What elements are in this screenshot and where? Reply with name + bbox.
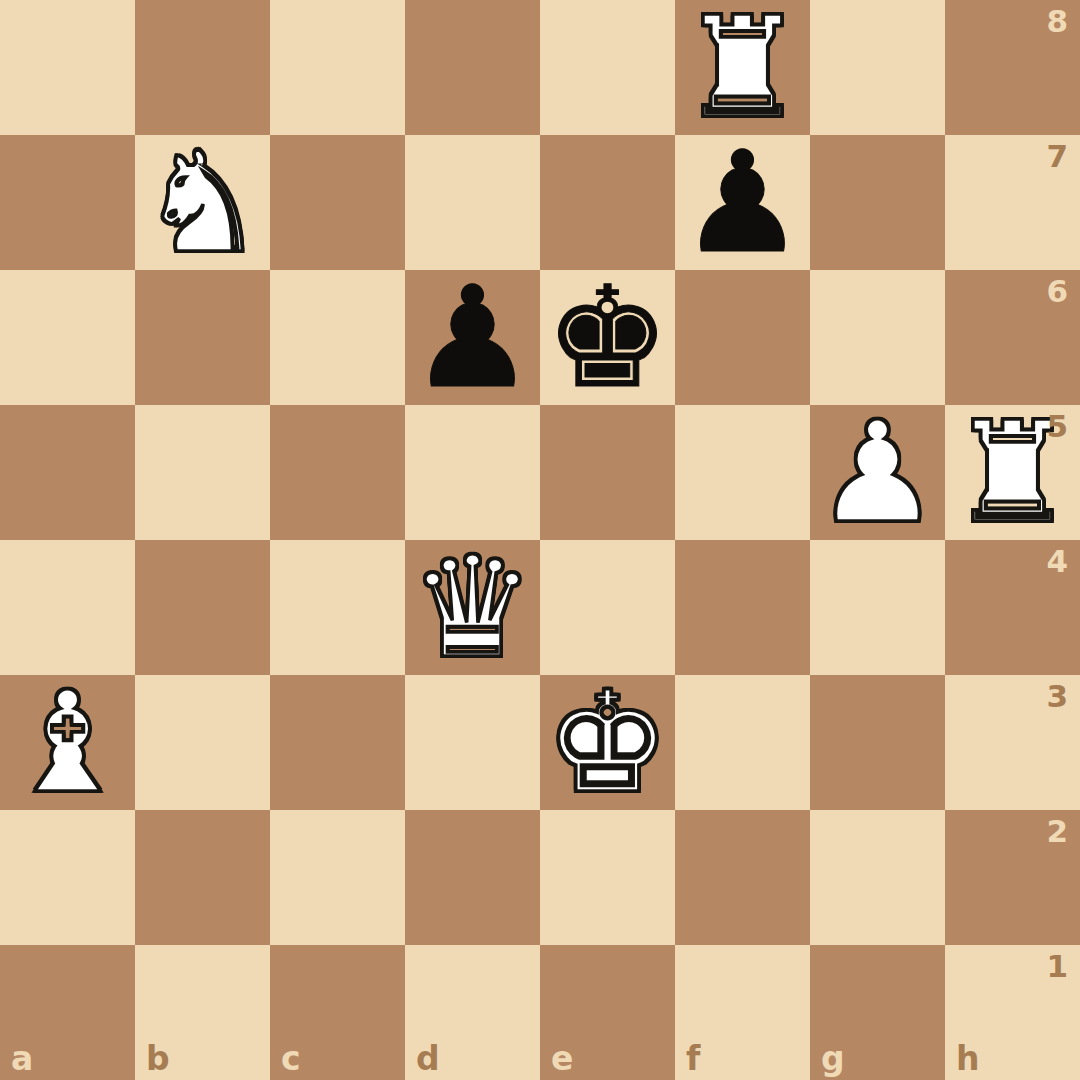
square-d8[interactable] — [405, 0, 540, 135]
square-c3[interactable] — [270, 675, 405, 810]
square-g4[interactable] — [810, 540, 945, 675]
square-d7[interactable] — [405, 135, 540, 270]
square-f1[interactable]: f — [675, 945, 810, 1080]
square-c5[interactable] — [270, 405, 405, 540]
file-label-c: c — [281, 1042, 301, 1075]
square-h2[interactable]: 2 — [945, 810, 1080, 945]
square-a6[interactable] — [0, 270, 135, 405]
square-b4[interactable] — [135, 540, 270, 675]
square-d4[interactable]: ♛ — [405, 540, 540, 675]
rank-label-3: 3 — [1046, 681, 1068, 712]
square-a5[interactable] — [0, 405, 135, 540]
chess-board: ♜8♞♟7♟♚6♟♜5♛4♝♚32abcdefg1h — [0, 0, 1080, 1080]
rank-label-2: 2 — [1046, 816, 1068, 847]
square-a4[interactable] — [0, 540, 135, 675]
rank-label-4: 4 — [1046, 546, 1068, 577]
black-pawn[interactable]: ♟ — [675, 135, 810, 270]
square-f4[interactable] — [675, 540, 810, 675]
square-g6[interactable] — [810, 270, 945, 405]
square-g5[interactable]: ♟ — [810, 405, 945, 540]
square-e1[interactable]: e — [540, 945, 675, 1080]
square-h1[interactable]: 1h — [945, 945, 1080, 1080]
square-c1[interactable]: c — [270, 945, 405, 1080]
square-b6[interactable] — [135, 270, 270, 405]
square-d2[interactable] — [405, 810, 540, 945]
square-b7[interactable]: ♞ — [135, 135, 270, 270]
square-h6[interactable]: 6 — [945, 270, 1080, 405]
square-b3[interactable] — [135, 675, 270, 810]
square-f6[interactable] — [675, 270, 810, 405]
square-g7[interactable] — [810, 135, 945, 270]
square-a1[interactable]: a — [0, 945, 135, 1080]
square-h8[interactable]: 8 — [945, 0, 1080, 135]
rank-label-8: 8 — [1046, 6, 1068, 37]
white-knight[interactable]: ♞ — [135, 135, 270, 270]
file-label-h: h — [956, 1042, 980, 1075]
file-label-f: f — [686, 1042, 700, 1075]
rank-label-7: 7 — [1046, 141, 1068, 172]
square-a3[interactable]: ♝ — [0, 675, 135, 810]
square-h4[interactable]: 4 — [945, 540, 1080, 675]
square-a8[interactable] — [0, 0, 135, 135]
square-g1[interactable]: g — [810, 945, 945, 1080]
square-e7[interactable] — [540, 135, 675, 270]
square-c7[interactable] — [270, 135, 405, 270]
square-b1[interactable]: b — [135, 945, 270, 1080]
square-d3[interactable] — [405, 675, 540, 810]
square-b2[interactable] — [135, 810, 270, 945]
white-bishop[interactable]: ♝ — [0, 675, 135, 810]
square-d1[interactable]: d — [405, 945, 540, 1080]
square-c6[interactable] — [270, 270, 405, 405]
square-e5[interactable] — [540, 405, 675, 540]
square-g2[interactable] — [810, 810, 945, 945]
square-c2[interactable] — [270, 810, 405, 945]
white-pawn[interactable]: ♟ — [810, 405, 945, 540]
rank-label-1: 1 — [1046, 951, 1068, 982]
square-h5[interactable]: ♜5 — [945, 405, 1080, 540]
square-h3[interactable]: 3 — [945, 675, 1080, 810]
file-label-g: g — [821, 1042, 845, 1075]
square-e6[interactable]: ♚ — [540, 270, 675, 405]
square-c4[interactable] — [270, 540, 405, 675]
file-label-e: e — [551, 1042, 573, 1075]
square-h7[interactable]: 7 — [945, 135, 1080, 270]
square-a7[interactable] — [0, 135, 135, 270]
file-label-b: b — [146, 1042, 170, 1075]
white-queen[interactable]: ♛ — [405, 540, 540, 675]
square-b5[interactable] — [135, 405, 270, 540]
square-e2[interactable] — [540, 810, 675, 945]
white-rook[interactable]: ♜ — [945, 405, 1080, 540]
white-king[interactable]: ♚ — [540, 675, 675, 810]
black-pawn[interactable]: ♟ — [405, 270, 540, 405]
square-g8[interactable] — [810, 0, 945, 135]
rank-label-6: 6 — [1046, 276, 1068, 307]
square-f3[interactable] — [675, 675, 810, 810]
square-g3[interactable] — [810, 675, 945, 810]
square-f7[interactable]: ♟ — [675, 135, 810, 270]
white-rook[interactable]: ♜ — [675, 0, 810, 135]
black-king[interactable]: ♚ — [540, 270, 675, 405]
square-d6[interactable]: ♟ — [405, 270, 540, 405]
square-d5[interactable] — [405, 405, 540, 540]
file-label-d: d — [416, 1042, 440, 1075]
file-label-a: a — [11, 1042, 33, 1075]
square-a2[interactable] — [0, 810, 135, 945]
square-f5[interactable] — [675, 405, 810, 540]
square-e3[interactable]: ♚ — [540, 675, 675, 810]
square-c8[interactable] — [270, 0, 405, 135]
square-f8[interactable]: ♜ — [675, 0, 810, 135]
square-e8[interactable] — [540, 0, 675, 135]
square-e4[interactable] — [540, 540, 675, 675]
square-b8[interactable] — [135, 0, 270, 135]
square-f2[interactable] — [675, 810, 810, 945]
